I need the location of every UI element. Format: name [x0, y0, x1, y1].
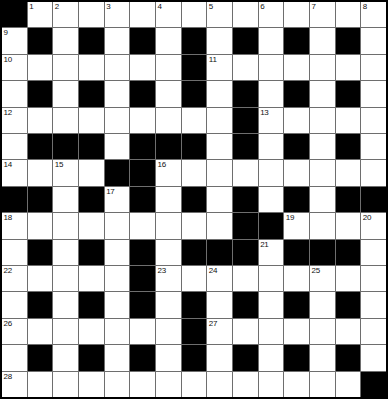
letter-cell[interactable]	[284, 108, 309, 133]
letter-cell[interactable]	[53, 345, 78, 370]
letter-cell[interactable]: 27	[207, 319, 232, 344]
letter-cell[interactable]	[130, 2, 155, 27]
letter-cell[interactable]: 2	[53, 2, 78, 27]
letter-cell[interactable]	[336, 266, 361, 291]
clue-number: 4	[157, 2, 161, 11]
letter-cell[interactable]	[105, 372, 130, 397]
block-cell	[79, 292, 104, 317]
letter-cell[interactable]	[105, 134, 130, 159]
clue-number: 25	[311, 266, 319, 275]
letter-cell[interactable]	[284, 2, 309, 27]
block-cell	[259, 213, 284, 238]
letter-cell[interactable]: 23	[156, 266, 181, 291]
letter-cell[interactable]: 5	[207, 2, 232, 27]
letter-cell[interactable]	[53, 213, 78, 238]
letter-cell[interactable]	[259, 81, 284, 106]
block-cell	[336, 28, 361, 53]
letter-cell[interactable]	[361, 292, 386, 317]
letter-cell[interactable]	[259, 266, 284, 291]
letter-cell[interactable]	[53, 28, 78, 53]
letter-cell[interactable]	[336, 55, 361, 80]
letter-cell[interactable]	[207, 28, 232, 53]
clue-number: 14	[4, 160, 12, 169]
letter-cell[interactable]	[207, 81, 232, 106]
letter-cell[interactable]	[310, 81, 335, 106]
letter-cell[interactable]	[156, 240, 181, 265]
letter-cell[interactable]	[182, 160, 207, 185]
clue-number: 18	[4, 213, 12, 222]
letter-cell[interactable]	[156, 187, 181, 212]
block-cell	[284, 28, 309, 53]
letter-cell[interactable]	[259, 187, 284, 212]
letter-cell[interactable]	[207, 108, 232, 133]
block-cell	[182, 292, 207, 317]
clue-number: 20	[363, 213, 371, 222]
letter-cell[interactable]	[336, 160, 361, 185]
letter-cell[interactable]	[207, 372, 232, 397]
block-cell	[336, 81, 361, 106]
letter-cell[interactable]	[182, 266, 207, 291]
letter-cell[interactable]	[207, 292, 232, 317]
clue-number: 2	[55, 2, 59, 11]
letter-cell[interactable]: 28	[2, 372, 27, 397]
block-cell	[130, 345, 155, 370]
clue-number: 22	[4, 266, 12, 275]
letter-cell[interactable]	[310, 55, 335, 80]
crossword-grid: 1234567891011121314151617181920212223242…	[0, 0, 388, 399]
letter-cell[interactable]	[53, 108, 78, 133]
letter-cell[interactable]	[53, 55, 78, 80]
letter-cell[interactable]: 25	[310, 266, 335, 291]
letter-cell[interactable]	[156, 345, 181, 370]
clue-number: 6	[260, 2, 264, 11]
block-cell	[182, 345, 207, 370]
block-cell	[336, 134, 361, 159]
letter-cell[interactable]: 4	[156, 2, 181, 27]
letter-cell[interactable]	[156, 108, 181, 133]
letter-cell[interactable]	[336, 319, 361, 344]
letter-cell[interactable]	[28, 266, 53, 291]
letter-cell[interactable]	[310, 160, 335, 185]
letter-cell[interactable]	[130, 319, 155, 344]
block-cell	[130, 134, 155, 159]
letter-cell[interactable]	[361, 108, 386, 133]
block-cell	[28, 187, 53, 212]
letter-cell[interactable]	[233, 160, 258, 185]
block-cell	[182, 240, 207, 265]
block-cell	[28, 28, 53, 53]
letter-cell[interactable]	[156, 28, 181, 53]
block-cell	[336, 187, 361, 212]
letter-cell[interactable]	[28, 55, 53, 80]
block-cell	[28, 134, 53, 159]
letter-cell[interactable]	[336, 213, 361, 238]
clue-number: 21	[260, 240, 268, 249]
block-cell	[182, 55, 207, 80]
letter-cell[interactable]	[105, 81, 130, 106]
letter-cell[interactable]	[28, 213, 53, 238]
letter-cell[interactable]	[79, 266, 104, 291]
block-cell	[361, 187, 386, 212]
letter-cell[interactable]	[130, 55, 155, 80]
letter-cell[interactable]: 3	[105, 2, 130, 27]
block-cell	[105, 160, 130, 185]
letter-cell[interactable]	[284, 372, 309, 397]
block-cell	[79, 28, 104, 53]
block-cell	[2, 187, 27, 212]
letter-cell[interactable]	[310, 134, 335, 159]
block-cell	[79, 134, 104, 159]
letter-cell[interactable]	[130, 372, 155, 397]
block-cell	[233, 187, 258, 212]
letter-cell[interactable]: 18	[2, 213, 27, 238]
block-cell	[361, 372, 386, 397]
block-cell	[53, 134, 78, 159]
letter-cell[interactable]	[207, 213, 232, 238]
letter-cell[interactable]	[156, 81, 181, 106]
block-cell	[130, 81, 155, 106]
clue-number: 13	[260, 108, 268, 117]
letter-cell[interactable]	[207, 160, 232, 185]
letter-cell[interactable]	[259, 134, 284, 159]
letter-cell[interactable]	[105, 213, 130, 238]
letter-cell[interactable]: 26	[2, 319, 27, 344]
letter-cell[interactable]: 14	[2, 160, 27, 185]
block-cell	[79, 187, 104, 212]
clue-number: 15	[55, 160, 63, 169]
block-cell	[284, 240, 309, 265]
letter-cell[interactable]	[233, 319, 258, 344]
letter-cell[interactable]: 21	[259, 240, 284, 265]
letter-cell[interactable]	[233, 2, 258, 27]
letter-cell[interactable]: 1	[28, 2, 53, 27]
letter-cell[interactable]	[53, 240, 78, 265]
block-cell	[336, 292, 361, 317]
letter-cell[interactable]	[28, 160, 53, 185]
letter-cell[interactable]	[259, 319, 284, 344]
clue-number: 24	[209, 266, 217, 275]
letter-cell[interactable]	[105, 345, 130, 370]
block-cell	[79, 81, 104, 106]
block-cell	[2, 2, 27, 27]
letter-cell[interactable]: 17	[105, 187, 130, 212]
block-cell	[156, 134, 181, 159]
block-cell	[28, 240, 53, 265]
letter-cell[interactable]	[310, 213, 335, 238]
letter-cell[interactable]: 24	[207, 266, 232, 291]
letter-cell[interactable]	[2, 345, 27, 370]
letter-cell[interactable]	[233, 372, 258, 397]
letter-cell[interactable]	[361, 81, 386, 106]
block-cell	[130, 292, 155, 317]
letter-cell[interactable]	[310, 292, 335, 317]
letter-cell[interactable]	[310, 319, 335, 344]
letter-cell[interactable]: 11	[207, 55, 232, 80]
letter-cell[interactable]	[310, 187, 335, 212]
clue-number: 11	[209, 55, 217, 64]
letter-cell[interactable]	[259, 160, 284, 185]
block-cell	[28, 345, 53, 370]
block-cell	[182, 187, 207, 212]
clue-number: 16	[157, 160, 165, 169]
block-cell	[130, 28, 155, 53]
letter-cell[interactable]: 16	[156, 160, 181, 185]
letter-cell[interactable]	[79, 319, 104, 344]
block-cell	[182, 81, 207, 106]
letter-cell[interactable]	[105, 319, 130, 344]
clue-number: 28	[4, 372, 12, 381]
letter-cell[interactable]	[53, 187, 78, 212]
block-cell	[28, 81, 53, 106]
letter-cell[interactable]	[156, 319, 181, 344]
letter-cell[interactable]	[79, 372, 104, 397]
clue-number: 10	[4, 55, 12, 64]
clue-number: 23	[157, 266, 165, 275]
clue-number: 17	[106, 187, 114, 196]
block-cell	[79, 240, 104, 265]
letter-cell[interactable]	[361, 319, 386, 344]
letter-cell[interactable]	[361, 266, 386, 291]
letter-cell[interactable]	[105, 108, 130, 133]
letter-cell[interactable]	[2, 240, 27, 265]
letter-cell[interactable]	[310, 28, 335, 53]
letter-cell[interactable]	[2, 81, 27, 106]
letter-cell[interactable]	[310, 345, 335, 370]
block-cell	[284, 134, 309, 159]
letter-cell[interactable]	[259, 345, 284, 370]
letter-cell[interactable]	[284, 319, 309, 344]
letter-cell[interactable]	[53, 292, 78, 317]
block-cell	[182, 28, 207, 53]
letter-cell[interactable]	[79, 213, 104, 238]
letter-cell[interactable]	[361, 160, 386, 185]
letter-cell[interactable]	[207, 187, 232, 212]
letter-cell[interactable]	[259, 372, 284, 397]
crossword-board: 1234567891011121314151617181920212223242…	[0, 0, 388, 399]
block-cell	[182, 319, 207, 344]
clue-number: 8	[363, 2, 367, 11]
block-cell	[284, 345, 309, 370]
block-cell	[284, 292, 309, 317]
letter-cell[interactable]: 20	[361, 213, 386, 238]
letter-cell[interactable]	[182, 2, 207, 27]
letter-cell[interactable]	[336, 2, 361, 27]
letter-cell[interactable]	[156, 213, 181, 238]
letter-cell[interactable]: 9	[2, 28, 27, 53]
block-cell	[233, 28, 258, 53]
letter-cell[interactable]	[79, 55, 104, 80]
letter-cell[interactable]	[53, 81, 78, 106]
letter-cell[interactable]	[130, 213, 155, 238]
letter-cell[interactable]	[2, 292, 27, 317]
letter-cell[interactable]: 13	[259, 108, 284, 133]
letter-cell[interactable]	[207, 345, 232, 370]
block-cell	[130, 240, 155, 265]
letter-cell[interactable]	[259, 55, 284, 80]
block-cell	[336, 240, 361, 265]
block-cell	[233, 108, 258, 133]
letter-cell[interactable]	[284, 160, 309, 185]
letter-cell[interactable]: 10	[2, 55, 27, 80]
letter-cell[interactable]	[310, 372, 335, 397]
letter-cell[interactable]	[361, 345, 386, 370]
letter-cell[interactable]	[207, 134, 232, 159]
letter-cell[interactable]	[182, 372, 207, 397]
clue-number: 3	[106, 2, 110, 11]
clue-number: 5	[209, 2, 213, 11]
letter-cell[interactable]	[259, 28, 284, 53]
block-cell	[130, 187, 155, 212]
block-cell	[233, 240, 258, 265]
letter-cell[interactable]	[233, 266, 258, 291]
block-cell	[130, 266, 155, 291]
letter-cell[interactable]	[156, 55, 181, 80]
letter-cell[interactable]: 12	[2, 108, 27, 133]
block-cell	[28, 292, 53, 317]
letter-cell[interactable]	[336, 372, 361, 397]
letter-cell[interactable]: 15	[53, 160, 78, 185]
block-cell	[130, 160, 155, 185]
letter-cell[interactable]	[105, 292, 130, 317]
clue-number: 27	[209, 319, 217, 328]
letter-cell[interactable]	[28, 108, 53, 133]
letter-cell[interactable]	[259, 292, 284, 317]
letter-cell[interactable]	[361, 134, 386, 159]
block-cell	[79, 345, 104, 370]
clue-number: 7	[311, 2, 315, 11]
letter-cell[interactable]	[79, 108, 104, 133]
letter-cell[interactable]: 19	[284, 213, 309, 238]
letter-cell[interactable]	[105, 28, 130, 53]
letter-cell[interactable]	[79, 160, 104, 185]
letter-cell[interactable]	[284, 55, 309, 80]
letter-cell[interactable]	[361, 55, 386, 80]
letter-cell[interactable]: 8	[361, 2, 386, 27]
clue-number: 12	[4, 108, 12, 117]
letter-cell[interactable]	[53, 266, 78, 291]
letter-cell[interactable]	[105, 55, 130, 80]
letter-cell[interactable]	[361, 240, 386, 265]
letter-cell[interactable]	[2, 134, 27, 159]
block-cell	[233, 81, 258, 106]
letter-cell[interactable]	[130, 108, 155, 133]
clue-number: 19	[286, 213, 294, 222]
block-cell	[310, 240, 335, 265]
letter-cell[interactable]	[28, 372, 53, 397]
block-cell	[233, 213, 258, 238]
clue-number: 9	[4, 28, 8, 37]
block-cell	[182, 134, 207, 159]
letter-cell[interactable]	[53, 319, 78, 344]
letter-cell[interactable]	[233, 55, 258, 80]
letter-cell[interactable]: 22	[2, 266, 27, 291]
clue-number: 1	[29, 2, 33, 11]
block-cell	[284, 187, 309, 212]
letter-cell[interactable]	[182, 108, 207, 133]
letter-cell[interactable]	[361, 28, 386, 53]
block-cell	[336, 345, 361, 370]
letter-cell[interactable]	[28, 319, 53, 344]
block-cell	[233, 134, 258, 159]
letter-cell[interactable]	[156, 372, 181, 397]
letter-cell[interactable]	[284, 266, 309, 291]
clue-number: 26	[4, 319, 12, 328]
letter-cell[interactable]	[105, 240, 130, 265]
block-cell	[233, 292, 258, 317]
letter-cell[interactable]	[182, 213, 207, 238]
block-cell	[284, 81, 309, 106]
letter-cell[interactable]	[336, 108, 361, 133]
letter-cell[interactable]	[53, 372, 78, 397]
letter-cell[interactable]	[79, 2, 104, 27]
letter-cell[interactable]	[310, 108, 335, 133]
letter-cell[interactable]: 7	[310, 2, 335, 27]
letter-cell[interactable]	[105, 266, 130, 291]
block-cell	[207, 240, 232, 265]
letter-cell[interactable]: 6	[259, 2, 284, 27]
block-cell	[233, 345, 258, 370]
letter-cell[interactable]	[156, 292, 181, 317]
